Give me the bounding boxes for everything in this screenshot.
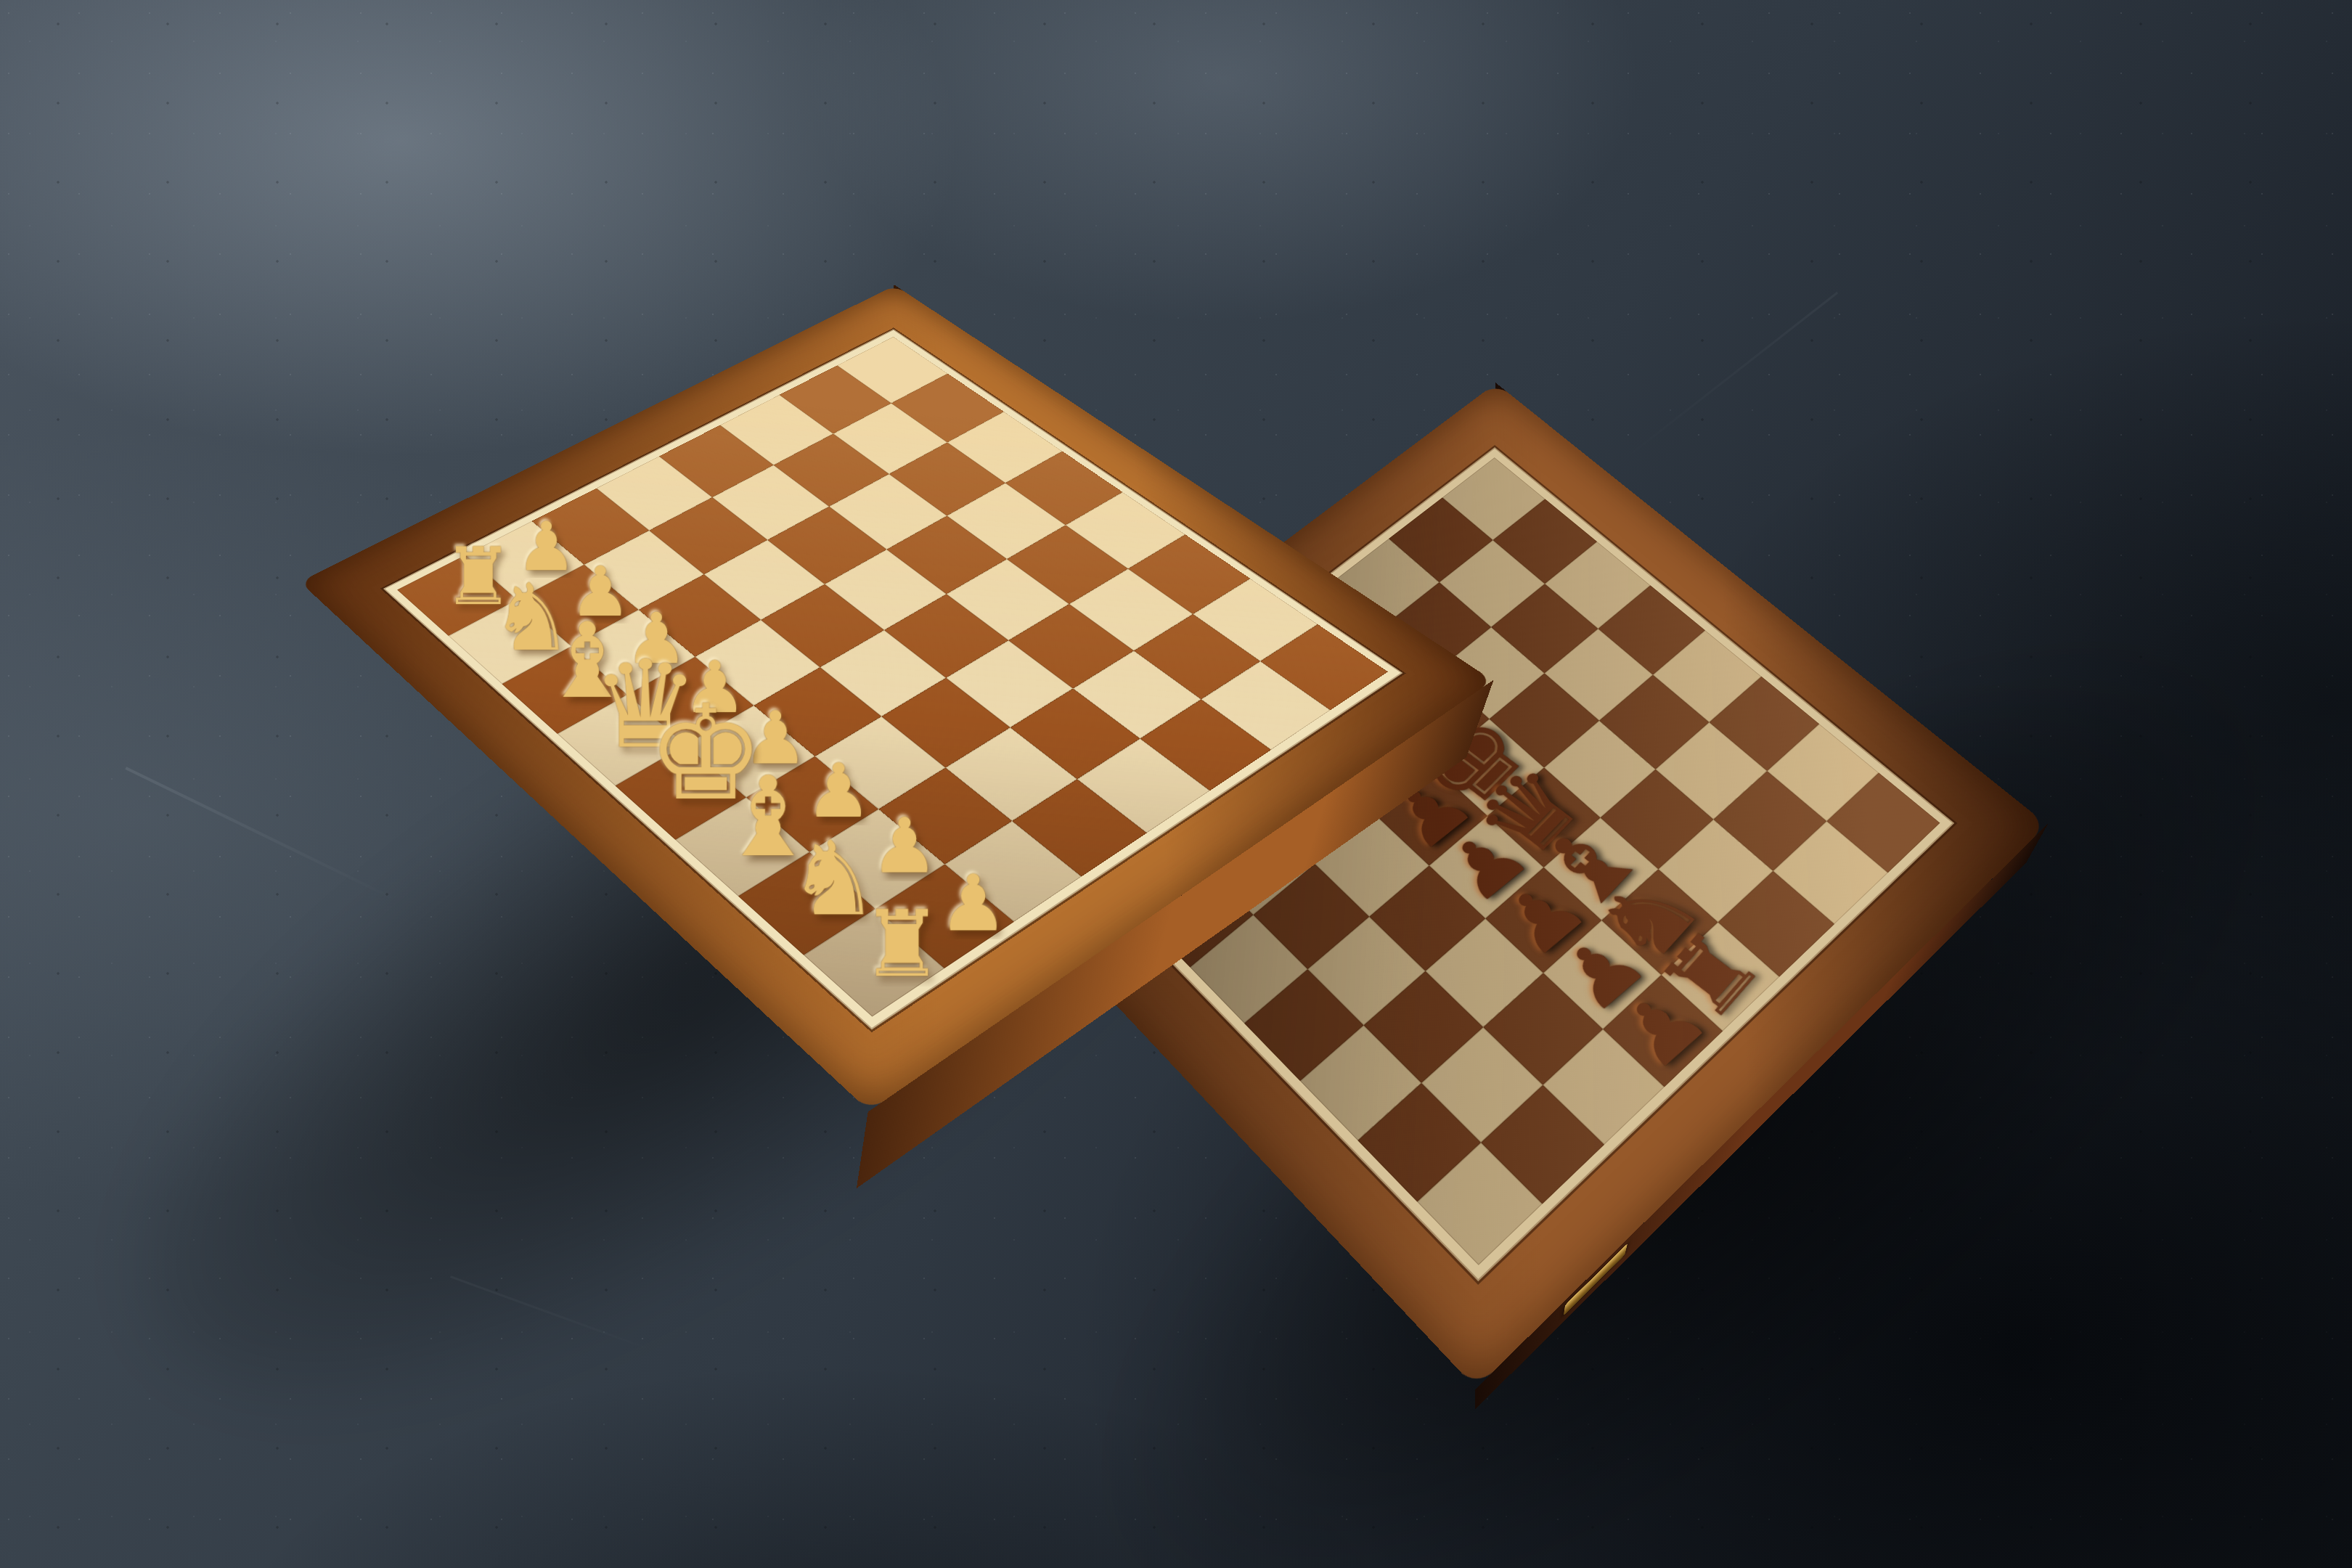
white-board: ♜♟♞♟♝♟♛♟♚♟♝♟♞♟♜♟: [102, 211, 941, 1050]
photo-scene: ♟♜♟♞♟♝♟♚♟♛♟♝♟♞♟♜ ♜♟♞♟♝♟♛♟♚♟♝♟♞♟♜♟: [0, 0, 2352, 1568]
square: [1442, 457, 1545, 540]
white-rook-h1: ♜: [861, 902, 943, 987]
white-pawn-h2: ♟: [939, 868, 1008, 939]
square: [1653, 630, 1762, 722]
white-pawn-g2: ♟: [870, 812, 939, 881]
